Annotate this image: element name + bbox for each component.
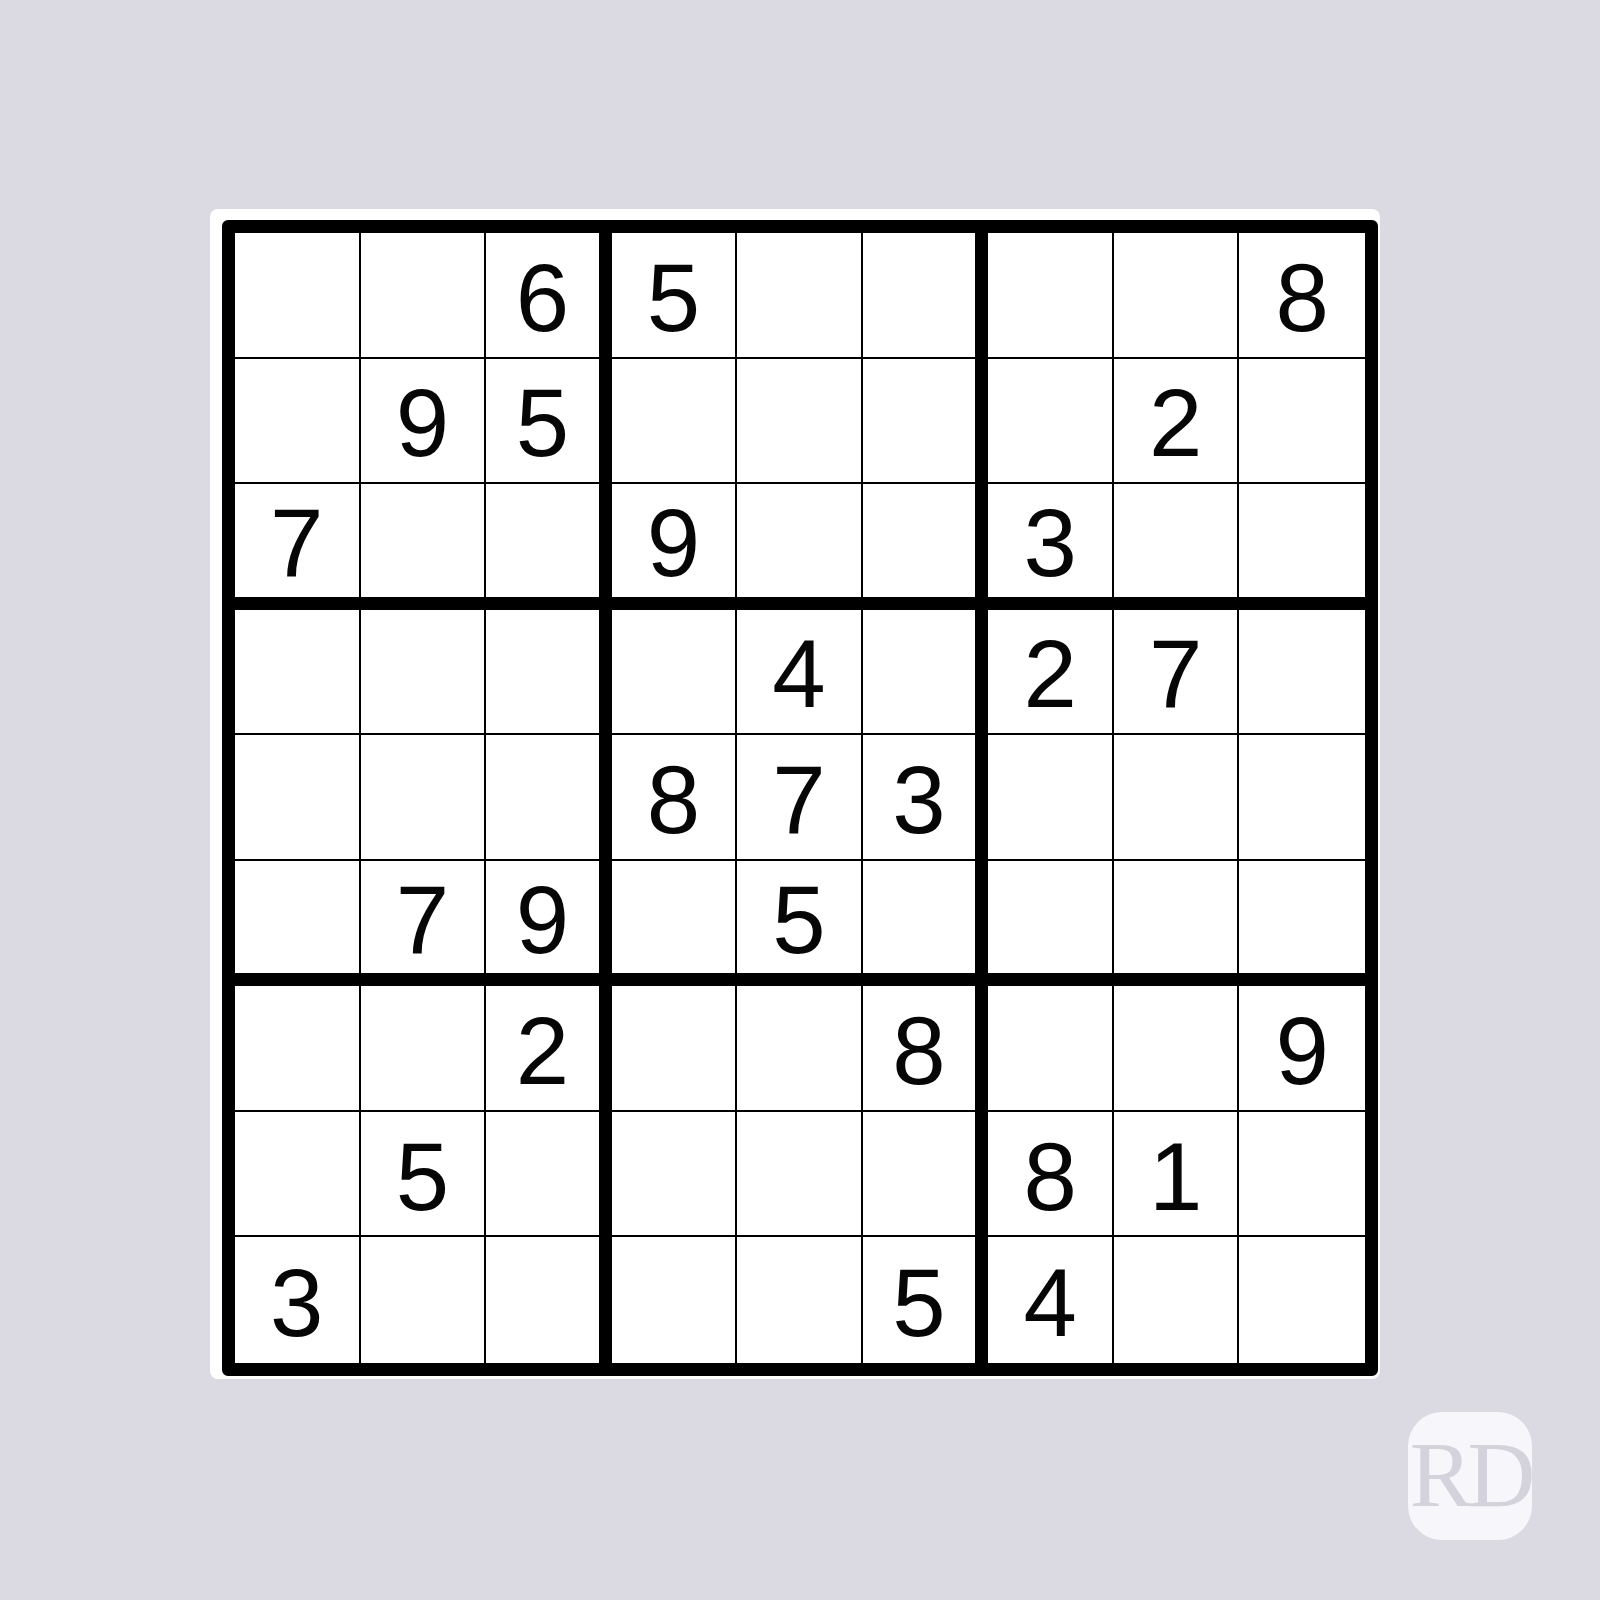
given-digit: 9	[647, 495, 700, 591]
sudoku-cell-r5c2[interactable]	[361, 735, 487, 861]
sudoku-cell-r7c1[interactable]	[235, 986, 361, 1112]
sudoku-cell-r1c5[interactable]	[737, 233, 863, 359]
sudoku-cell-r2c3[interactable]: 5	[486, 359, 612, 485]
sudoku-cell-r4c1[interactable]	[235, 610, 361, 736]
sudoku-cell-r3c4[interactable]: 9	[612, 484, 738, 610]
given-digit: 8	[647, 752, 700, 848]
sudoku-cell-r9c4[interactable]	[612, 1237, 738, 1363]
sudoku-cell-r1c6[interactable]	[863, 233, 989, 359]
sudoku-cell-r9c7[interactable]: 4	[988, 1237, 1114, 1363]
page-background: 658952793427873795289581354 RD	[0, 0, 1600, 1600]
given-digit: 7	[772, 752, 825, 848]
sudoku-cell-r6c7[interactable]	[988, 861, 1114, 987]
sudoku-cell-r3c5[interactable]	[737, 484, 863, 610]
sudoku-cell-r3c1[interactable]: 7	[235, 484, 361, 610]
sudoku-cell-r1c2[interactable]	[361, 233, 487, 359]
sudoku-cell-r2c4[interactable]	[612, 359, 738, 485]
sudoku-cell-r5c4[interactable]: 8	[612, 735, 738, 861]
given-digit: 7	[396, 872, 449, 968]
sudoku-cell-r9c1[interactable]: 3	[235, 1237, 361, 1363]
sudoku-cell-r5c9[interactable]	[1239, 735, 1365, 861]
sudoku-cell-r6c3[interactable]: 9	[486, 861, 612, 987]
sudoku-cell-r4c5[interactable]: 4	[737, 610, 863, 736]
sudoku-cell-r8c7[interactable]: 8	[988, 1112, 1114, 1238]
sudoku-cell-r8c1[interactable]	[235, 1112, 361, 1238]
sudoku-cell-r5c3[interactable]	[486, 735, 612, 861]
sudoku-cell-r8c6[interactable]	[863, 1112, 989, 1238]
sudoku-cell-r7c4[interactable]	[612, 986, 738, 1112]
sudoku-cell-r3c2[interactable]	[361, 484, 487, 610]
sudoku-cell-r8c9[interactable]	[1239, 1112, 1365, 1238]
given-digit: 7	[270, 495, 323, 591]
sudoku-cell-r2c8[interactable]: 2	[1114, 359, 1240, 485]
sudoku-cell-r2c6[interactable]	[863, 359, 989, 485]
sudoku-cell-r4c7[interactable]: 2	[988, 610, 1114, 736]
sudoku-cell-r5c7[interactable]	[988, 735, 1114, 861]
sudoku-cell-r8c4[interactable]	[612, 1112, 738, 1238]
given-digit: 2	[1023, 626, 1076, 722]
given-digit: 3	[1023, 495, 1076, 591]
sudoku-cell-r3c8[interactable]	[1114, 484, 1240, 610]
given-digit: 9	[396, 375, 449, 471]
given-digit: 8	[1023, 1129, 1076, 1225]
sudoku-cell-r7c8[interactable]	[1114, 986, 1240, 1112]
sudoku-cell-r1c1[interactable]	[235, 233, 361, 359]
sudoku-cell-r2c1[interactable]	[235, 359, 361, 485]
sudoku-cell-r4c3[interactable]	[486, 610, 612, 736]
sudoku-cell-r6c6[interactable]	[863, 861, 989, 987]
sudoku-cell-r5c5[interactable]: 7	[737, 735, 863, 861]
sudoku-cell-r8c2[interactable]: 5	[361, 1112, 487, 1238]
sudoku-cell-r7c3[interactable]: 2	[486, 986, 612, 1112]
given-digit: 5	[892, 1255, 945, 1351]
sudoku-cell-r7c7[interactable]	[988, 986, 1114, 1112]
sudoku-cell-r5c6[interactable]: 3	[863, 735, 989, 861]
given-digit: 4	[1023, 1255, 1076, 1351]
sudoku-cell-r9c6[interactable]: 5	[863, 1237, 989, 1363]
given-digit: 8	[1276, 250, 1329, 346]
sudoku-cell-r1c8[interactable]	[1114, 233, 1240, 359]
sudoku-cell-r1c7[interactable]	[988, 233, 1114, 359]
sudoku-cell-r4c4[interactable]	[612, 610, 738, 736]
sudoku-cell-r8c5[interactable]	[737, 1112, 863, 1238]
sudoku-cell-r3c6[interactable]	[863, 484, 989, 610]
sudoku-cell-r2c5[interactable]	[737, 359, 863, 485]
sudoku-cell-r4c9[interactable]	[1239, 610, 1365, 736]
given-digit: 4	[772, 626, 825, 722]
given-digit: 5	[772, 872, 825, 968]
given-digit: 2	[1149, 375, 1202, 471]
given-digit: 5	[516, 375, 569, 471]
given-digit: 1	[1149, 1129, 1202, 1225]
sudoku-cell-r6c2[interactable]: 7	[361, 861, 487, 987]
sudoku-cell-r6c5[interactable]: 5	[737, 861, 863, 987]
sudoku-cell-r2c2[interactable]: 9	[361, 359, 487, 485]
rd-logo-text: RD	[1410, 1427, 1531, 1521]
given-digit: 9	[1276, 1003, 1329, 1099]
given-digit: 3	[892, 752, 945, 848]
sudoku-cell-r2c7[interactable]	[988, 359, 1114, 485]
sudoku-cell-r3c3[interactable]	[486, 484, 612, 610]
sudoku-cell-r7c6[interactable]: 8	[863, 986, 989, 1112]
sudoku-cell-r6c1[interactable]	[235, 861, 361, 987]
given-digit: 5	[396, 1129, 449, 1225]
sudoku-cell-r9c5[interactable]	[737, 1237, 863, 1363]
sudoku-cell-r8c3[interactable]	[486, 1112, 612, 1238]
sudoku-cell-r7c2[interactable]	[361, 986, 487, 1112]
rd-logo: RD	[1408, 1412, 1532, 1540]
sudoku-cell-r3c9[interactable]	[1239, 484, 1365, 610]
sudoku-cell-r6c9[interactable]	[1239, 861, 1365, 987]
sudoku-cell-r5c8[interactable]	[1114, 735, 1240, 861]
sudoku-cell-r1c9[interactable]: 8	[1239, 233, 1365, 359]
sudoku-cell-r4c8[interactable]: 7	[1114, 610, 1240, 736]
sudoku-cell-r7c9[interactable]: 9	[1239, 986, 1365, 1112]
sudoku-cell-r4c6[interactable]	[863, 610, 989, 736]
sudoku-cell-r1c4[interactable]: 5	[612, 233, 738, 359]
sudoku-cell-r4c2[interactable]	[361, 610, 487, 736]
given-digit: 9	[516, 872, 569, 968]
sudoku-cell-r9c8[interactable]	[1114, 1237, 1240, 1363]
sudoku-cell-r9c2[interactable]	[361, 1237, 487, 1363]
given-digit: 5	[647, 250, 700, 346]
given-digit: 6	[516, 250, 569, 346]
sudoku-cell-r8c8[interactable]: 1	[1114, 1112, 1240, 1238]
sudoku-cell-r9c3[interactable]	[486, 1237, 612, 1363]
given-digit: 2	[516, 1003, 569, 1099]
sudoku-cell-r6c4[interactable]	[612, 861, 738, 987]
sudoku-cell-r2c9[interactable]	[1239, 359, 1365, 485]
sudoku-cell-r6c8[interactable]	[1114, 861, 1240, 987]
given-digit: 7	[1149, 626, 1202, 722]
given-digit: 3	[270, 1255, 323, 1351]
sudoku-board: 658952793427873795289581354	[222, 220, 1378, 1376]
sudoku-cell-r9c9[interactable]	[1239, 1237, 1365, 1363]
given-digit: 8	[892, 1003, 945, 1099]
sudoku-cell-r3c7[interactable]: 3	[988, 484, 1114, 610]
sudoku-cell-r1c3[interactable]: 6	[486, 233, 612, 359]
sudoku-cell-r7c5[interactable]	[737, 986, 863, 1112]
sudoku-cell-r5c1[interactable]	[235, 735, 361, 861]
